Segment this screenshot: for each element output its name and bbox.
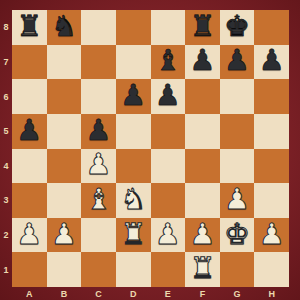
square-c6[interactable]: [81, 79, 116, 114]
square-f5[interactable]: [185, 114, 220, 149]
piece-white-pawn[interactable]: ♟: [189, 220, 215, 249]
square-d2[interactable]: ♜: [116, 218, 151, 253]
chess-diagram: ♜♞♜♚♝♟♟♟♟♟♟♟♟♝♞♟♟♟♜♟♟♚♟♜ 87654321 ABCDEF…: [0, 0, 300, 300]
piece-white-pawn[interactable]: ♟: [224, 185, 250, 214]
piece-black-pawn[interactable]: ♟: [155, 81, 181, 110]
file-label-c: C: [81, 287, 116, 300]
rank-label-2: 2: [0, 218, 12, 253]
piece-white-pawn[interactable]: ♟: [155, 220, 181, 249]
square-b5[interactable]: [47, 114, 82, 149]
square-c8[interactable]: [81, 10, 116, 45]
square-c7[interactable]: [81, 45, 116, 80]
square-h5[interactable]: [254, 114, 289, 149]
square-d5[interactable]: [116, 114, 151, 149]
square-c5[interactable]: ♟: [81, 114, 116, 149]
square-b2[interactable]: ♟: [47, 218, 82, 253]
piece-white-pawn[interactable]: ♟: [16, 220, 42, 249]
square-b7[interactable]: [47, 45, 82, 80]
rank-label-4: 4: [0, 149, 12, 184]
square-g1[interactable]: [220, 252, 255, 287]
square-d8[interactable]: [116, 10, 151, 45]
rank-label-8: 8: [0, 10, 12, 45]
piece-white-king[interactable]: ♚: [224, 220, 250, 249]
square-e8[interactable]: [151, 10, 186, 45]
square-c2[interactable]: [81, 218, 116, 253]
piece-white-pawn[interactable]: ♟: [259, 220, 285, 249]
file-label-h: H: [254, 287, 289, 300]
square-d3[interactable]: ♞: [116, 183, 151, 218]
piece-black-knight[interactable]: ♞: [51, 12, 77, 41]
file-label-d: D: [116, 287, 151, 300]
square-b8[interactable]: ♞: [47, 10, 82, 45]
square-h4[interactable]: [254, 149, 289, 184]
square-a2[interactable]: ♟: [12, 218, 47, 253]
piece-black-pawn[interactable]: ♟: [189, 46, 215, 75]
piece-black-pawn[interactable]: ♟: [259, 46, 285, 75]
rank-label-6: 6: [0, 79, 12, 114]
square-f4[interactable]: [185, 149, 220, 184]
piece-black-king[interactable]: ♚: [224, 12, 250, 41]
rank-label-1: 1: [0, 252, 12, 287]
file-label-a: A: [12, 287, 47, 300]
square-c3[interactable]: ♝: [81, 183, 116, 218]
piece-white-bishop[interactable]: ♝: [86, 185, 112, 214]
square-e1[interactable]: [151, 252, 186, 287]
square-h2[interactable]: ♟: [254, 218, 289, 253]
square-b3[interactable]: [47, 183, 82, 218]
square-g5[interactable]: [220, 114, 255, 149]
square-f2[interactable]: ♟: [185, 218, 220, 253]
square-f7[interactable]: ♟: [185, 45, 220, 80]
piece-white-pawn[interactable]: ♟: [51, 220, 77, 249]
square-b6[interactable]: [47, 79, 82, 114]
file-label-b: B: [47, 287, 82, 300]
square-a4[interactable]: [12, 149, 47, 184]
square-e4[interactable]: [151, 149, 186, 184]
square-e7[interactable]: ♝: [151, 45, 186, 80]
square-h6[interactable]: [254, 79, 289, 114]
piece-black-pawn[interactable]: ♟: [86, 116, 112, 145]
square-g4[interactable]: [220, 149, 255, 184]
file-label-e: E: [151, 287, 186, 300]
rank-label-5: 5: [0, 114, 12, 149]
piece-black-rook[interactable]: ♜: [16, 12, 42, 41]
piece-white-rook[interactable]: ♜: [120, 220, 146, 249]
square-g2[interactable]: ♚: [220, 218, 255, 253]
square-f3[interactable]: [185, 183, 220, 218]
square-d1[interactable]: [116, 252, 151, 287]
piece-black-bishop[interactable]: ♝: [155, 46, 181, 75]
square-e5[interactable]: [151, 114, 186, 149]
square-b1[interactable]: [47, 252, 82, 287]
square-g8[interactable]: ♚: [220, 10, 255, 45]
square-e2[interactable]: ♟: [151, 218, 186, 253]
square-g3[interactable]: ♟: [220, 183, 255, 218]
square-c1[interactable]: [81, 252, 116, 287]
piece-black-pawn[interactable]: ♟: [224, 46, 250, 75]
chess-board: ♜♞♜♚♝♟♟♟♟♟♟♟♟♝♞♟♟♟♜♟♟♚♟♜: [12, 10, 289, 287]
square-h3[interactable]: [254, 183, 289, 218]
square-h8[interactable]: [254, 10, 289, 45]
square-f1[interactable]: ♜: [185, 252, 220, 287]
square-h7[interactable]: ♟: [254, 45, 289, 80]
piece-black-pawn[interactable]: ♟: [120, 81, 146, 110]
square-f8[interactable]: ♜: [185, 10, 220, 45]
square-d7[interactable]: [116, 45, 151, 80]
file-label-g: G: [220, 287, 255, 300]
square-d4[interactable]: [116, 149, 151, 184]
rank-label-7: 7: [0, 45, 12, 80]
piece-black-rook[interactable]: ♜: [189, 12, 215, 41]
rank-label-3: 3: [0, 183, 12, 218]
square-h1[interactable]: [254, 252, 289, 287]
square-g6[interactable]: [220, 79, 255, 114]
square-d6[interactable]: ♟: [116, 79, 151, 114]
square-a6[interactable]: [12, 79, 47, 114]
square-e3[interactable]: [151, 183, 186, 218]
square-f6[interactable]: [185, 79, 220, 114]
square-a5[interactable]: ♟: [12, 114, 47, 149]
square-a1[interactable]: [12, 252, 47, 287]
piece-white-knight[interactable]: ♞: [120, 185, 146, 214]
square-g7[interactable]: ♟: [220, 45, 255, 80]
piece-black-pawn[interactable]: ♟: [16, 116, 42, 145]
square-a8[interactable]: ♜: [12, 10, 47, 45]
piece-white-pawn[interactable]: ♟: [86, 150, 112, 179]
square-a3[interactable]: [12, 183, 47, 218]
piece-white-rook[interactable]: ♜: [189, 254, 215, 283]
square-e6[interactable]: ♟: [151, 79, 186, 114]
square-b4[interactable]: [47, 149, 82, 184]
file-label-f: F: [185, 287, 220, 300]
square-a7[interactable]: [12, 45, 47, 80]
square-c4[interactable]: ♟: [81, 149, 116, 184]
